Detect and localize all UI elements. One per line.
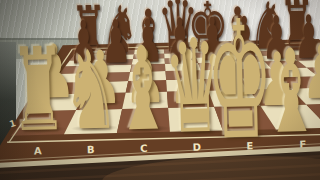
photo-scene: ABCDEFGH1 ♜♞♝♛♚♝♞♜♟♟♟♟♟♟♟♟♟♟♟♟♟♟♟♟♜♞♝♛♚♝… [0,0,320,180]
piece-white-king-e1: ♚ [205,0,275,162]
chessboard: ABCDEFGH1 ♜♞♝♛♚♝♞♜♟♟♟♟♟♟♟♟♟♟♟♟♟♟♟♟♜♞♝♛♚♝… [0,0,320,180]
piece-white-rook-a1: ♜ [9,32,67,148]
piece-white-knight-b1: ♞ [61,36,119,146]
pieces-layer: ♜♞♝♛♚♝♞♜♟♟♟♟♟♟♟♟♟♟♟♟♟♟♟♟♜♞♝♛♚♝♞♜ [0,0,320,180]
